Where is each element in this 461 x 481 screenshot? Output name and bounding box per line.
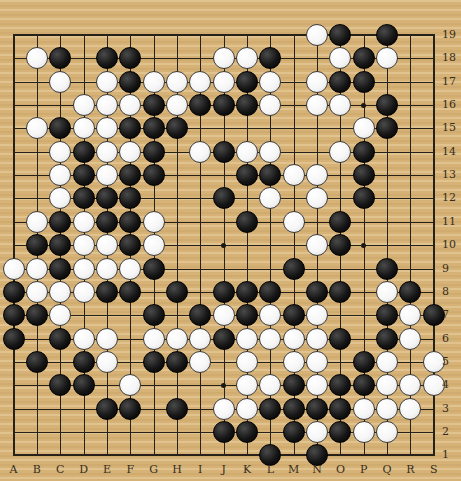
stone-white-K5[interactable] [236,351,258,373]
stone-white-R6[interactable] [399,328,421,350]
stone-black-D12[interactable] [73,187,95,209]
stone-black-P18[interactable] [353,47,375,69]
stone-black-F3[interactable] [119,398,141,420]
stone-black-N3[interactable] [306,398,328,420]
stone-white-K6[interactable] [236,328,258,350]
star-point [221,243,226,248]
stone-black-E8[interactable] [96,281,118,303]
stone-black-B7[interactable] [26,304,48,326]
stone-black-F17[interactable] [119,71,141,93]
stone-white-C14[interactable] [49,141,71,163]
stone-white-I14[interactable] [189,141,211,163]
stone-white-O14[interactable] [329,141,351,163]
stone-white-E14[interactable] [96,141,118,163]
stone-white-D15[interactable] [73,117,95,139]
stone-black-G9[interactable] [143,258,165,280]
stone-black-E11[interactable] [96,211,118,233]
stone-white-N19[interactable] [306,24,328,46]
stone-black-D14[interactable] [73,141,95,163]
stone-white-N17[interactable] [306,71,328,93]
stone-black-P5[interactable] [353,351,375,373]
stone-white-B8[interactable] [26,281,48,303]
stone-white-N6[interactable] [306,328,328,350]
stone-black-F8[interactable] [119,281,141,303]
stone-white-D10[interactable] [73,234,95,256]
star-point [221,383,226,388]
column-label-R: R [402,463,418,476]
stone-white-D9[interactable] [73,258,95,280]
stone-white-B9[interactable] [26,258,48,280]
stone-white-A9[interactable] [3,258,25,280]
row-label-8: 8 [442,285,461,298]
stone-white-H17[interactable] [166,71,188,93]
stone-white-K14[interactable] [236,141,258,163]
stone-black-D4[interactable] [73,374,95,396]
column-label-O: O [332,463,348,476]
stone-black-C6[interactable] [49,328,71,350]
stone-white-I17[interactable] [189,71,211,93]
stone-white-B11[interactable] [26,211,48,233]
stone-black-J16[interactable] [213,94,235,116]
column-label-P: P [356,463,372,476]
stone-white-M5[interactable] [283,351,305,373]
stone-white-R3[interactable] [399,398,421,420]
row-label-11: 11 [442,215,461,228]
row-label-7: 7 [442,308,461,321]
column-label-F: F [122,463,138,476]
column-label-E: E [99,463,115,476]
stone-white-E9[interactable] [96,258,118,280]
stone-black-B10[interactable] [26,234,48,256]
stone-white-J17[interactable] [213,71,235,93]
stone-black-P13[interactable] [353,164,375,186]
column-label-N: N [309,463,325,476]
stone-white-E16[interactable] [96,94,118,116]
stone-black-M4[interactable] [283,374,305,396]
stone-white-M6[interactable] [283,328,305,350]
row-label-3: 3 [442,402,461,415]
row-label-15: 15 [442,121,461,134]
stone-white-M11[interactable] [283,211,305,233]
stone-white-P3[interactable] [353,398,375,420]
stone-black-K17[interactable] [236,71,258,93]
stone-black-G15[interactable] [143,117,165,139]
stone-black-K16[interactable] [236,94,258,116]
row-label-16: 16 [442,98,461,111]
stone-black-G16[interactable] [143,94,165,116]
column-label-H: H [169,463,185,476]
stone-black-H5[interactable] [166,351,188,373]
stone-white-L14[interactable] [259,141,281,163]
stone-white-Q8[interactable] [376,281,398,303]
row-label-5: 5 [442,355,461,368]
stone-black-K2[interactable] [236,421,258,443]
stone-white-Q3[interactable] [376,398,398,420]
stone-white-J18[interactable] [213,47,235,69]
stone-white-D8[interactable] [73,281,95,303]
stone-white-P15[interactable] [353,117,375,139]
stone-black-Q9[interactable] [376,258,398,280]
stone-black-B5[interactable] [26,351,48,373]
stone-black-G14[interactable] [143,141,165,163]
stone-white-J3[interactable] [213,398,235,420]
stone-white-I6[interactable] [189,328,211,350]
stone-black-A6[interactable] [3,328,25,350]
stone-white-G6[interactable] [143,328,165,350]
stone-white-Q5[interactable] [376,351,398,373]
stone-black-J12[interactable] [213,187,235,209]
stone-white-F9[interactable] [119,258,141,280]
stone-black-L3[interactable] [259,398,281,420]
stone-white-G11[interactable] [143,211,165,233]
stone-white-E5[interactable] [96,351,118,373]
stone-black-Q16[interactable] [376,94,398,116]
stone-black-O6[interactable] [329,328,351,350]
stone-white-K3[interactable] [236,398,258,420]
stone-white-N5[interactable] [306,351,328,373]
column-label-K: K [239,463,255,476]
star-point [361,103,366,108]
stone-white-E6[interactable] [96,328,118,350]
stone-white-D16[interactable] [73,94,95,116]
stone-black-P17[interactable] [353,71,375,93]
row-label-19: 19 [442,28,461,41]
column-label-A: A [6,463,22,476]
stone-black-O3[interactable] [329,398,351,420]
stone-black-D5[interactable] [73,351,95,373]
column-label-L: L [262,463,278,476]
row-label-18: 18 [442,51,461,64]
column-label-C: C [52,463,68,476]
row-label-1: 1 [442,448,461,461]
stone-black-G13[interactable] [143,164,165,186]
stone-black-K13[interactable] [236,164,258,186]
row-label-4: 4 [442,378,461,391]
column-label-B: B [29,463,45,476]
stone-black-K11[interactable] [236,211,258,233]
stone-black-G5[interactable] [143,351,165,373]
row-label-9: 9 [442,262,461,275]
stone-white-E13[interactable] [96,164,118,186]
stone-black-K8[interactable] [236,281,258,303]
stone-black-M7[interactable] [283,304,305,326]
stone-white-E17[interactable] [96,71,118,93]
stone-white-E10[interactable] [96,234,118,256]
row-label-17: 17 [442,75,461,88]
stone-black-J6[interactable] [213,328,235,350]
stone-white-Q2[interactable] [376,421,398,443]
stone-black-M3[interactable] [283,398,305,420]
stone-black-A7[interactable] [3,304,25,326]
stone-black-J8[interactable] [213,281,235,303]
stone-black-P4[interactable] [353,374,375,396]
stone-white-D6[interactable] [73,328,95,350]
stone-black-Q6[interactable] [376,328,398,350]
stone-black-N8[interactable] [306,281,328,303]
row-label-6: 6 [442,332,461,345]
stone-white-N13[interactable] [306,164,328,186]
stone-black-H3[interactable] [166,398,188,420]
stone-black-F11[interactable] [119,211,141,233]
stone-black-E3[interactable] [96,398,118,420]
column-label-D: D [76,463,92,476]
stone-white-H16[interactable] [166,94,188,116]
stone-white-J7[interactable] [213,304,235,326]
row-label-13: 13 [442,168,461,181]
column-label-G: G [146,463,162,476]
column-label-Q: Q [379,463,395,476]
stone-black-M9[interactable] [283,258,305,280]
grid-line-horizontal [13,454,435,456]
stone-black-C9[interactable] [49,258,71,280]
go-board[interactable]: ABCDEFGHIJKLMNOPQRS191817161514131211109… [0,0,461,481]
stone-black-A8[interactable] [3,281,25,303]
row-label-10: 10 [442,238,461,251]
stone-white-G17[interactable] [143,71,165,93]
stone-black-C11[interactable] [49,211,71,233]
stone-black-P14[interactable] [353,141,375,163]
stone-black-D13[interactable] [73,164,95,186]
stone-white-M13[interactable] [283,164,305,186]
stone-black-Q19[interactable] [376,24,398,46]
stone-black-H8[interactable] [166,281,188,303]
stone-white-G10[interactable] [143,234,165,256]
column-label-S: S [426,463,442,476]
row-label-2: 2 [442,425,461,438]
stone-white-P2[interactable] [353,421,375,443]
stone-black-G7[interactable] [143,304,165,326]
stone-white-N2[interactable] [306,421,328,443]
stone-white-L6[interactable] [259,328,281,350]
stone-white-D11[interactable] [73,211,95,233]
stone-white-N16[interactable] [306,94,328,116]
column-label-J: J [216,463,232,476]
stone-black-O17[interactable] [329,71,351,93]
row-label-12: 12 [442,191,461,204]
stone-white-L17[interactable] [259,71,281,93]
stone-black-J14[interactable] [213,141,235,163]
stone-white-C17[interactable] [49,71,71,93]
stone-black-J2[interactable] [213,421,235,443]
row-label-14: 14 [442,145,461,158]
column-label-I: I [192,463,208,476]
star-point [361,243,366,248]
stone-white-F14[interactable] [119,141,141,163]
column-label-M: M [286,463,302,476]
stone-black-M2[interactable] [283,421,305,443]
stone-white-H6[interactable] [166,328,188,350]
stone-white-C8[interactable] [49,281,71,303]
